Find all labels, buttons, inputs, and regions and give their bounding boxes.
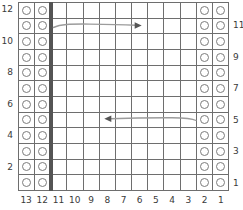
cell-r1-c13 <box>19 175 34 190</box>
cell-r4-c4 <box>164 128 179 143</box>
row-label-empty <box>232 128 243 144</box>
cell-r5-c4 <box>164 113 179 128</box>
cell-r5-c8 <box>100 113 115 128</box>
circle-stitch-icon <box>216 100 225 109</box>
row-label-11: 11 <box>232 18 243 34</box>
cell-r2-c9 <box>84 160 99 175</box>
circle-stitch-icon <box>216 53 225 62</box>
col-label-3: 3 <box>180 194 196 207</box>
circle-stitch-icon <box>216 84 225 93</box>
cell-r3-c1 <box>213 144 228 159</box>
cell-r2-c11 <box>51 160 66 175</box>
circle-stitch-icon <box>216 115 225 124</box>
row-label-12: 12 <box>0 2 15 18</box>
row-label-empty <box>232 2 243 18</box>
cell-r1-c1 <box>213 175 228 190</box>
cell-r4-c5 <box>148 128 163 143</box>
cell-r8-c9 <box>84 66 99 81</box>
circle-stitch-icon <box>22 68 31 77</box>
cell-r1-c11 <box>51 175 66 190</box>
cell-r2-c10 <box>67 160 82 175</box>
cell-r11-c9 <box>84 19 99 34</box>
cell-r9-c9 <box>84 50 99 65</box>
cell-r3-c4 <box>164 144 179 159</box>
circle-stitch-icon <box>200 84 209 93</box>
cell-r10-c10 <box>67 34 82 49</box>
cell-r7-c6 <box>132 81 147 96</box>
row-label-8: 8 <box>0 65 15 81</box>
cell-r8-c2 <box>197 66 212 81</box>
cell-r9-c3 <box>181 50 196 65</box>
circle-stitch-icon <box>22 147 31 156</box>
circle-stitch-icon <box>38 84 47 93</box>
row-label-6: 6 <box>0 97 15 113</box>
circle-stitch-icon <box>38 178 47 187</box>
cell-r10-c2 <box>197 34 212 49</box>
cell-r11-c3 <box>181 19 196 34</box>
cell-r12-c11 <box>51 3 66 18</box>
circle-stitch-icon <box>200 53 209 62</box>
cell-r4-c3 <box>181 128 196 143</box>
row-label-empty <box>232 97 243 113</box>
cell-r3-c7 <box>116 144 131 159</box>
cell-r3-c6 <box>132 144 147 159</box>
cell-r8-c5 <box>148 66 163 81</box>
cell-r6-c7 <box>116 97 131 112</box>
cell-r12-c3 <box>181 3 196 18</box>
cell-r10-c5 <box>148 34 163 49</box>
circle-stitch-icon <box>216 178 225 187</box>
row-label-empty <box>0 112 15 128</box>
cell-r9-c7 <box>116 50 131 65</box>
cell-r10-c4 <box>164 34 179 49</box>
cell-r2-c2 <box>197 160 212 175</box>
cell-r3-c13 <box>19 144 34 159</box>
cell-r11-c8 <box>100 19 115 34</box>
cell-r7-c11 <box>51 81 66 96</box>
cell-r7-c9 <box>84 81 99 96</box>
cell-r10-c13 <box>19 34 34 49</box>
col-label-1: 1 <box>213 194 229 207</box>
circle-stitch-icon <box>200 178 209 187</box>
cell-r3-c9 <box>84 144 99 159</box>
cell-r10-c11 <box>51 34 66 49</box>
cell-r8-c3 <box>181 66 196 81</box>
circle-stitch-icon <box>22 162 31 171</box>
row-label-empty <box>0 144 15 160</box>
cell-r12-c9 <box>84 3 99 18</box>
cell-r12-c4 <box>164 3 179 18</box>
cell-r1-c2 <box>197 175 212 190</box>
cell-r9-c2 <box>197 50 212 65</box>
cell-r6-c9 <box>84 97 99 112</box>
cell-r2-c4 <box>164 160 179 175</box>
circle-stitch-icon <box>22 131 31 140</box>
row-numbers-left: 12108642 <box>0 2 15 191</box>
cell-r12-c6 <box>132 3 147 18</box>
cell-r2-c13 <box>19 160 34 175</box>
cell-r12-c8 <box>100 3 115 18</box>
row-label-2: 2 <box>0 160 15 176</box>
cell-r10-c7 <box>116 34 131 49</box>
cell-r5-c11 <box>51 113 66 128</box>
col-label-5: 5 <box>148 194 164 207</box>
cell-r2-c3 <box>181 160 196 175</box>
row-label-empty <box>0 18 15 34</box>
cell-r4-c9 <box>84 128 99 143</box>
cell-r8-c10 <box>67 66 82 81</box>
cell-r1-c5 <box>148 175 163 190</box>
circle-stitch-icon <box>200 100 209 109</box>
cell-r4-c6 <box>132 128 147 143</box>
circle-stitch-icon <box>38 21 47 30</box>
cell-r3-c8 <box>100 144 115 159</box>
circle-stitch-icon <box>22 115 31 124</box>
cell-r7-c7 <box>116 81 131 96</box>
circle-stitch-icon <box>22 6 31 15</box>
row-label-7: 7 <box>232 81 243 97</box>
cell-r7-c13 <box>19 81 34 96</box>
cell-r9-c10 <box>67 50 82 65</box>
cell-r6-c3 <box>181 97 196 112</box>
circle-stitch-icon <box>38 115 47 124</box>
cell-r8-c8 <box>100 66 115 81</box>
cell-r4-c7 <box>116 128 131 143</box>
col-label-2: 2 <box>197 194 213 207</box>
circle-stitch-icon <box>200 68 209 77</box>
cell-r10-c1 <box>213 34 228 49</box>
cell-r3-c3 <box>181 144 196 159</box>
cell-r11-c13 <box>19 19 34 34</box>
circle-stitch-icon <box>38 53 47 62</box>
circle-stitch-icon <box>200 115 209 124</box>
cell-r10-c3 <box>181 34 196 49</box>
cell-r10-c9 <box>84 34 99 49</box>
cell-r12-c7 <box>116 3 131 18</box>
row-label-5: 5 <box>232 112 243 128</box>
cell-r10-c6 <box>132 34 147 49</box>
cell-r7-c4 <box>164 81 179 96</box>
col-label-10: 10 <box>67 194 83 207</box>
cell-r1-c6 <box>132 175 147 190</box>
circle-stitch-icon <box>216 6 225 15</box>
cell-r3-c5 <box>148 144 163 159</box>
circle-stitch-icon <box>38 100 47 109</box>
row-label-empty <box>0 175 15 191</box>
cell-r1-c8 <box>100 175 115 190</box>
cell-r5-c3 <box>181 113 196 128</box>
row-label-empty <box>0 49 15 65</box>
cell-r8-c1 <box>213 66 228 81</box>
cell-r4-c8 <box>100 128 115 143</box>
col-label-8: 8 <box>99 194 115 207</box>
cell-r5-c6 <box>132 113 147 128</box>
circle-stitch-icon <box>200 21 209 30</box>
cell-r11-c11 <box>51 19 66 34</box>
row-label-empty <box>0 81 15 97</box>
cell-r7-c5 <box>148 81 163 96</box>
row-label-3: 3 <box>232 144 243 160</box>
cell-r3-c10 <box>67 144 82 159</box>
cell-r6-c13 <box>19 97 34 112</box>
cell-r7-c3 <box>181 81 196 96</box>
circle-stitch-icon <box>216 21 225 30</box>
cell-r8-c7 <box>116 66 131 81</box>
cell-r4-c11 <box>51 128 66 143</box>
thick-divider-line <box>49 2 53 191</box>
circle-stitch-icon <box>22 100 31 109</box>
cell-r9-c4 <box>164 50 179 65</box>
col-label-6: 6 <box>132 194 148 207</box>
knitting-chart: 12108642 1197531 13121110987654321 <box>0 0 243 210</box>
circle-stitch-icon <box>38 68 47 77</box>
cell-r2-c5 <box>148 160 163 175</box>
cell-r2-c1 <box>213 160 228 175</box>
col-label-7: 7 <box>115 194 131 207</box>
cell-r11-c5 <box>148 19 163 34</box>
col-label-4: 4 <box>164 194 180 207</box>
col-label-13: 13 <box>18 194 34 207</box>
cell-r2-c6 <box>132 160 147 175</box>
cell-r3-c2 <box>197 144 212 159</box>
cell-r7-c8 <box>100 81 115 96</box>
cell-r11-c6 <box>132 19 147 34</box>
cell-r9-c6 <box>132 50 147 65</box>
cell-r12-c2 <box>197 3 212 18</box>
cell-r9-c13 <box>19 50 34 65</box>
circle-stitch-icon <box>38 37 47 46</box>
cell-r6-c1 <box>213 97 228 112</box>
circle-stitch-icon <box>216 131 225 140</box>
circle-stitch-icon <box>38 6 47 15</box>
column-numbers-bottom: 13121110987654321 <box>18 194 229 207</box>
cell-r5-c13 <box>19 113 34 128</box>
cell-r9-c5 <box>148 50 163 65</box>
cell-r6-c2 <box>197 97 212 112</box>
circle-stitch-icon <box>38 162 47 171</box>
cell-r8-c4 <box>164 66 179 81</box>
cell-r11-c7 <box>116 19 131 34</box>
cell-r2-c7 <box>116 160 131 175</box>
circle-stitch-icon <box>22 37 31 46</box>
cell-r12-c13 <box>19 3 34 18</box>
cell-r11-c2 <box>197 19 212 34</box>
cell-r8-c6 <box>132 66 147 81</box>
cell-r5-c2 <box>197 113 212 128</box>
circle-stitch-icon <box>38 131 47 140</box>
row-label-empty <box>232 65 243 81</box>
cell-r7-c10 <box>67 81 82 96</box>
cell-r4-c1 <box>213 128 228 143</box>
cell-r6-c8 <box>100 97 115 112</box>
circle-stitch-icon <box>200 37 209 46</box>
row-label-4: 4 <box>0 128 15 144</box>
circle-stitch-icon <box>38 147 47 156</box>
cell-r1-c4 <box>164 175 179 190</box>
row-label-10: 10 <box>0 34 15 50</box>
row-label-1: 1 <box>232 175 243 191</box>
cell-r1-c3 <box>181 175 196 190</box>
circle-stitch-icon <box>216 147 225 156</box>
circle-stitch-icon <box>22 21 31 30</box>
cell-r6-c5 <box>148 97 163 112</box>
cell-r5-c7 <box>116 113 131 128</box>
cell-r11-c4 <box>164 19 179 34</box>
circle-stitch-icon <box>200 147 209 156</box>
circle-stitch-icon <box>200 6 209 15</box>
circle-stitch-icon <box>22 84 31 93</box>
cell-r1-c7 <box>116 175 131 190</box>
col-label-9: 9 <box>83 194 99 207</box>
cell-r5-c9 <box>84 113 99 128</box>
cell-r5-c5 <box>148 113 163 128</box>
circle-stitch-icon <box>216 68 225 77</box>
cell-r6-c4 <box>164 97 179 112</box>
cell-r6-c10 <box>67 97 82 112</box>
circle-stitch-icon <box>22 53 31 62</box>
cell-r11-c10 <box>67 19 82 34</box>
cell-r4-c10 <box>67 128 82 143</box>
col-label-11: 11 <box>50 194 66 207</box>
cell-r4-c13 <box>19 128 34 143</box>
cell-r9-c11 <box>51 50 66 65</box>
circle-stitch-icon <box>216 37 225 46</box>
cell-r1-c9 <box>84 175 99 190</box>
cell-r5-c1 <box>213 113 228 128</box>
cell-r2-c8 <box>100 160 115 175</box>
cell-r9-c8 <box>100 50 115 65</box>
col-label-12: 12 <box>34 194 50 207</box>
circle-stitch-icon <box>200 162 209 171</box>
cell-r6-c6 <box>132 97 147 112</box>
row-label-empty <box>232 160 243 176</box>
circle-stitch-icon <box>216 162 225 171</box>
cell-r3-c11 <box>51 144 66 159</box>
cell-r8-c13 <box>19 66 34 81</box>
cell-r6-c11 <box>51 97 66 112</box>
cell-r10-c8 <box>100 34 115 49</box>
cell-r8-c11 <box>51 66 66 81</box>
circle-stitch-icon <box>200 131 209 140</box>
row-numbers-right: 1197531 <box>232 2 243 191</box>
cell-r4-c2 <box>197 128 212 143</box>
row-label-9: 9 <box>232 49 243 65</box>
cell-r12-c1 <box>213 3 228 18</box>
cell-r7-c1 <box>213 81 228 96</box>
cell-r5-c10 <box>67 113 82 128</box>
circle-stitch-icon <box>22 178 31 187</box>
cell-r7-c2 <box>197 81 212 96</box>
cell-r11-c1 <box>213 19 228 34</box>
cell-r1-c10 <box>67 175 82 190</box>
cell-r12-c10 <box>67 3 82 18</box>
cell-r9-c1 <box>213 50 228 65</box>
row-label-empty <box>232 34 243 50</box>
cell-r12-c5 <box>148 3 163 18</box>
